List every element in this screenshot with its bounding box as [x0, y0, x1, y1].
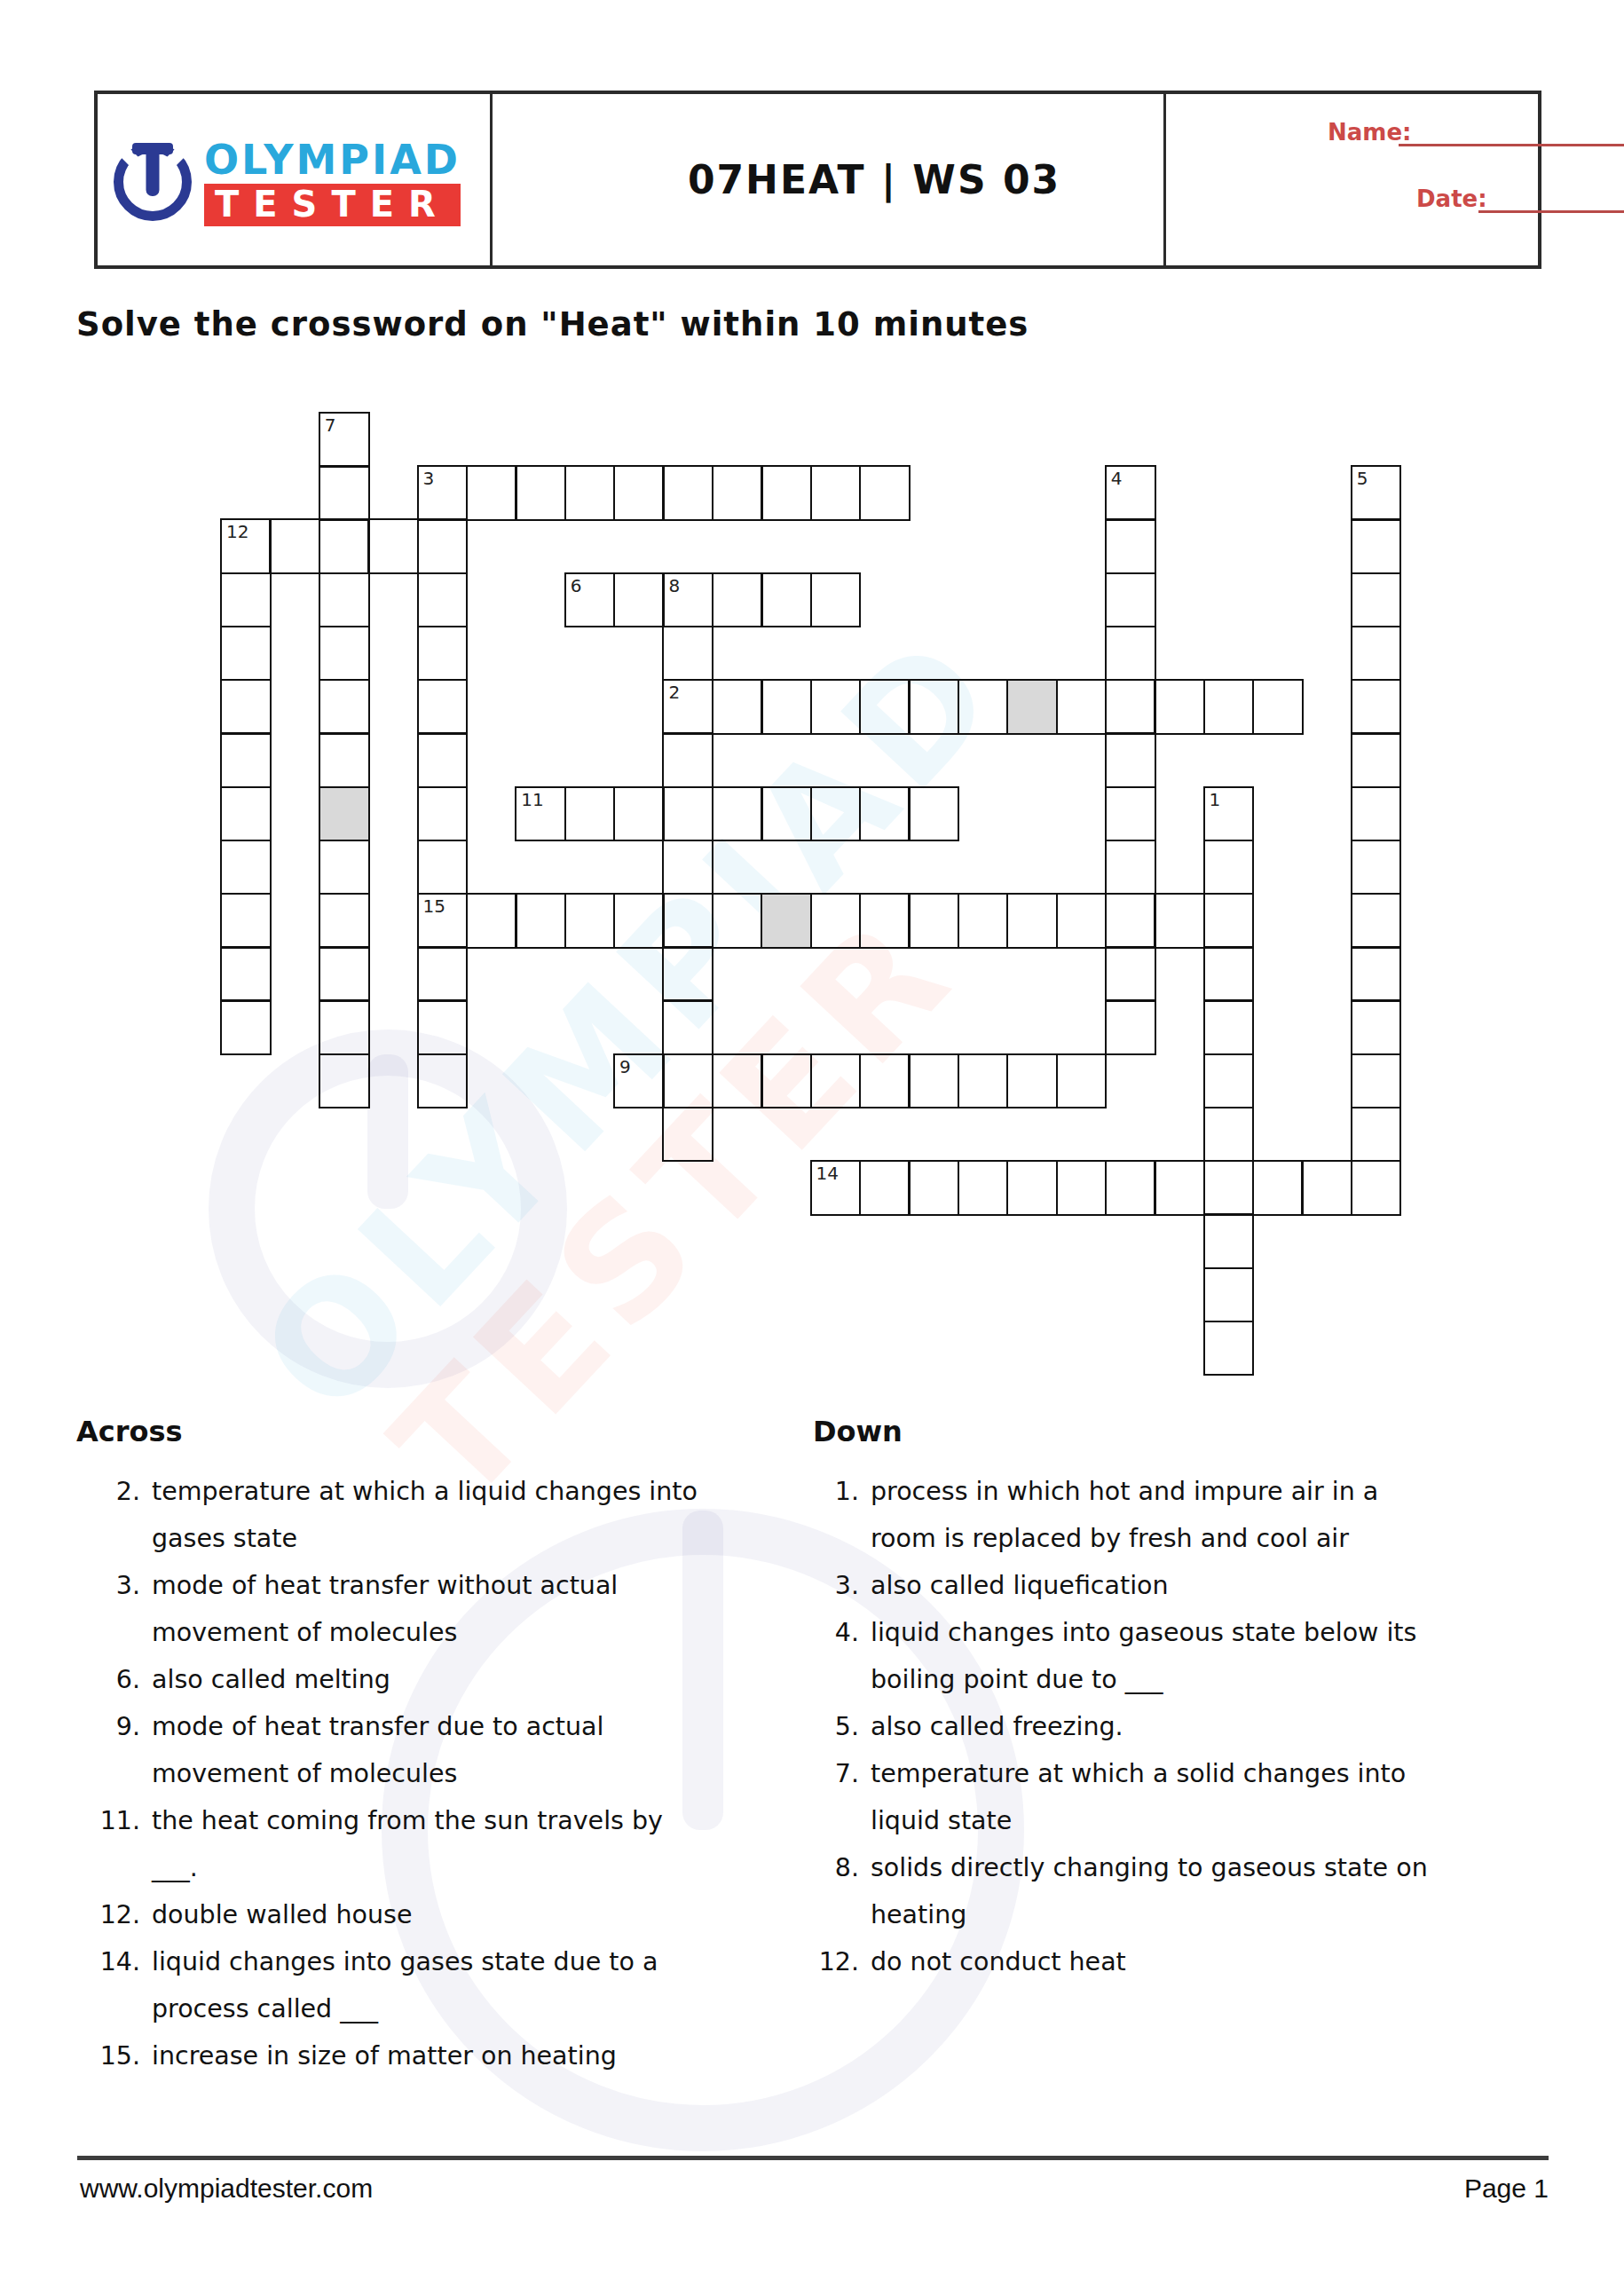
- grid-cell[interactable]: [220, 786, 272, 842]
- grid-cell[interactable]: [859, 1053, 911, 1109]
- across-clues-section: Across 2.temperature at which a liquid c…: [76, 1415, 745, 2079]
- clue-item: 3.mode of heat transfer without actual m…: [76, 1562, 745, 1656]
- grid-cell[interactable]: [1351, 518, 1402, 574]
- grid-cell[interactable]: [958, 893, 1009, 949]
- clue-item: 2.temperature at which a liquid changes …: [76, 1468, 745, 1562]
- grid-cell[interactable]: [810, 465, 862, 521]
- crossword-board: 73451268211115914: [220, 412, 1409, 1381]
- grid-cell[interactable]: [859, 786, 911, 842]
- cell-clue-number: 1: [1205, 788, 1253, 809]
- grid-cell[interactable]: [662, 626, 713, 682]
- header-box: OLYMPIAD TESTER 07HEAT | WS 03 Name: Dat…: [94, 91, 1541, 269]
- grid-cell[interactable]: [1006, 1160, 1058, 1216]
- clue-item-text: temperature at which a solid changes int…: [871, 1750, 1554, 1844]
- grid-cell-separator[interactable]: [761, 893, 812, 949]
- clue-item: 15.increase in size of matter on heating: [76, 2032, 745, 2079]
- clue-item-number: 14.: [76, 1938, 152, 2032]
- cell-clue-number: 3: [419, 467, 467, 488]
- grid-cell[interactable]: [1351, 1160, 1402, 1216]
- grid-cell[interactable]: [1203, 946, 1255, 1002]
- grid-cell[interactable]: [1154, 893, 1205, 949]
- footer-page-number: Page 1: [1282, 2173, 1549, 2204]
- cell-clue-number: 2: [664, 681, 712, 702]
- name-field[interactable]: [1399, 144, 1624, 146]
- grid-cell[interactable]: 14: [810, 1160, 862, 1216]
- cell-clue-number: 9: [615, 1055, 663, 1077]
- grid-cell[interactable]: [662, 786, 713, 842]
- cell-clue-number: 7: [320, 414, 368, 435]
- cell-clue-number: 15: [419, 895, 467, 916]
- grid-cell[interactable]: [712, 1053, 763, 1109]
- grid-cell[interactable]: [1056, 679, 1108, 735]
- grid-cell[interactable]: [1105, 518, 1156, 574]
- grid-cell[interactable]: [220, 840, 272, 895]
- grid-cell[interactable]: [466, 465, 517, 521]
- grid-cell[interactable]: [1105, 572, 1156, 628]
- grid-cell[interactable]: [761, 1053, 812, 1109]
- across-clue-list: 2.temperature at which a liquid changes …: [76, 1468, 745, 2079]
- grid-cell[interactable]: [662, 465, 713, 521]
- grid-cell[interactable]: 12: [220, 518, 272, 574]
- clue-item-text: solids directly changing to gaseous stat…: [871, 1844, 1554, 1938]
- grid-cell-separator[interactable]: [319, 786, 370, 842]
- grid-cell[interactable]: 3: [417, 465, 469, 521]
- grid-cell[interactable]: [662, 1053, 713, 1109]
- clue-item-number: 3.: [76, 1562, 152, 1656]
- brand-name-bottom: TESTER: [204, 184, 461, 226]
- date-field[interactable]: [1478, 210, 1624, 213]
- clue-item-text: liquid changes into gaseous state below …: [871, 1609, 1554, 1703]
- grid-cell[interactable]: [564, 465, 616, 521]
- grid-cell[interactable]: [662, 840, 713, 895]
- grid-cell[interactable]: [1105, 946, 1156, 1002]
- grid-cell[interactable]: [908, 1160, 959, 1216]
- grid-cell[interactable]: [810, 893, 862, 949]
- grid-cell[interactable]: [319, 518, 370, 574]
- grid-cell[interactable]: [319, 465, 370, 521]
- grid-cell[interactable]: [712, 786, 763, 842]
- grid-cell[interactable]: [1203, 1107, 1255, 1163]
- grid-cell[interactable]: [319, 732, 370, 788]
- brand-name-top: OLYMPIAD: [204, 138, 461, 181]
- grid-cell[interactable]: 4: [1105, 465, 1156, 521]
- clue-item: 14.liquid changes into gases state due t…: [76, 1938, 745, 2032]
- grid-cell[interactable]: [1154, 1160, 1205, 1216]
- clue-item-number: 12.: [76, 1891, 152, 1938]
- grid-cell[interactable]: [613, 572, 665, 628]
- grid-cell[interactable]: [613, 465, 665, 521]
- grid-cell[interactable]: [810, 786, 862, 842]
- clue-item-text: mode of heat transfer due to actual move…: [152, 1703, 745, 1797]
- grid-cell[interactable]: [712, 465, 763, 521]
- grid-cell[interactable]: [1105, 626, 1156, 682]
- grid-cell[interactable]: [1006, 893, 1058, 949]
- grid-cell[interactable]: [220, 732, 272, 788]
- clue-item-text: mode of heat transfer without actual mov…: [152, 1562, 745, 1656]
- grid-cell[interactable]: [1203, 1321, 1255, 1377]
- grid-cell[interactable]: 2: [662, 679, 713, 735]
- clue-item-number: 8.: [813, 1844, 871, 1938]
- down-clues-section: Down 1.process in which hot and impure a…: [813, 1415, 1554, 1985]
- grid-cell[interactable]: [859, 679, 911, 735]
- down-heading: Down: [813, 1415, 1554, 1448]
- grid-cell[interactable]: [367, 518, 419, 574]
- grid-cell[interactable]: [761, 465, 812, 521]
- clue-item-text: process in which hot and impure air in a…: [871, 1468, 1554, 1562]
- grid-cell[interactable]: [908, 1053, 959, 1109]
- grid-cell[interactable]: [1351, 1107, 1402, 1163]
- grid-cell[interactable]: [417, 946, 469, 1002]
- clue-item-text: also called freezing.: [871, 1703, 1554, 1750]
- grid-cell[interactable]: [1105, 999, 1156, 1055]
- grid-cell[interactable]: [859, 465, 911, 521]
- clue-item: 3.also called liquefication: [813, 1562, 1554, 1609]
- clue-item-number: 4.: [813, 1609, 871, 1703]
- grid-cell[interactable]: [1203, 1213, 1255, 1269]
- grid-cell[interactable]: [564, 786, 616, 842]
- clue-item-number: 15.: [76, 2032, 152, 2079]
- grid-cell[interactable]: [908, 786, 959, 842]
- grid-cell[interactable]: 11: [515, 786, 566, 842]
- grid-cell[interactable]: [319, 1053, 370, 1109]
- clue-item-number: 3.: [813, 1562, 871, 1609]
- grid-cell[interactable]: [1203, 1160, 1255, 1216]
- grid-cell[interactable]: [1252, 1160, 1304, 1216]
- grid-cell[interactable]: [1105, 893, 1156, 949]
- grid-cell[interactable]: [958, 1053, 1009, 1109]
- grid-cell[interactable]: [319, 572, 370, 628]
- grid-cell[interactable]: [662, 946, 713, 1002]
- clue-item-number: 11.: [76, 1797, 152, 1891]
- cell-clue-number: 8: [664, 574, 712, 596]
- grid-cell[interactable]: [417, 626, 469, 682]
- grid-cell[interactable]: [515, 893, 566, 949]
- grid-cell[interactable]: [1351, 732, 1402, 788]
- grid-cell[interactable]: [319, 893, 370, 949]
- grid-cell[interactable]: [712, 572, 763, 628]
- grid-cell[interactable]: 5: [1351, 465, 1402, 521]
- grid-cell[interactable]: 8: [662, 572, 713, 628]
- grid-cell[interactable]: [319, 840, 370, 895]
- grid-cell[interactable]: [1252, 679, 1304, 735]
- grid-cell[interactable]: [220, 679, 272, 735]
- grid-cell[interactable]: [662, 893, 713, 949]
- clue-item-number: 6.: [76, 1656, 152, 1703]
- clue-item-text: double walled house: [152, 1891, 745, 1938]
- grid-cell[interactable]: [417, 1053, 469, 1109]
- grid-cell[interactable]: [319, 679, 370, 735]
- grid-cell[interactable]: [1351, 946, 1402, 1002]
- grid-cell[interactable]: [1351, 679, 1402, 735]
- page-title: Solve the crossword on "Heat" within 10 …: [76, 305, 1029, 343]
- clue-item: 5.also called freezing.: [813, 1703, 1554, 1750]
- grid-cell[interactable]: [859, 893, 911, 949]
- grid-cell[interactable]: 6: [564, 572, 616, 628]
- grid-cell[interactable]: [515, 465, 566, 521]
- clue-item-text: liquid changes into gases state due to a…: [152, 1938, 745, 2032]
- clue-item-number: 1.: [813, 1468, 871, 1562]
- grid-cell[interactable]: [319, 946, 370, 1002]
- grid-cell[interactable]: [1301, 1160, 1352, 1216]
- grid-cell[interactable]: [1154, 679, 1205, 735]
- grid-cell[interactable]: [1351, 840, 1402, 895]
- grid-cell[interactable]: [761, 679, 812, 735]
- clue-item: 8.solids directly changing to gaseous st…: [813, 1844, 1554, 1938]
- cell-clue-number: 5: [1352, 467, 1400, 488]
- grid-cell[interactable]: [1105, 840, 1156, 895]
- footer-site-url: www.olympiadtester.com: [80, 2173, 373, 2204]
- grid-cell[interactable]: 15: [417, 893, 469, 949]
- grid-cell[interactable]: [1056, 893, 1108, 949]
- grid-cell[interactable]: [810, 679, 862, 735]
- clue-item-number: 5.: [813, 1703, 871, 1750]
- clue-item-number: 12.: [813, 1938, 871, 1985]
- grid-cell[interactable]: [1056, 1053, 1108, 1109]
- grid-cell[interactable]: [958, 679, 1009, 735]
- across-heading: Across: [76, 1415, 745, 1448]
- grid-cell[interactable]: [662, 999, 713, 1055]
- grid-cell[interactable]: [1203, 999, 1255, 1055]
- grid-cell[interactable]: [319, 626, 370, 682]
- clue-item: 6.also called melting: [76, 1656, 745, 1703]
- grid-cell[interactable]: [958, 1160, 1009, 1216]
- grid-cell[interactable]: [269, 518, 320, 574]
- grid-cell[interactable]: [859, 1160, 911, 1216]
- clue-item-text: temperature at which a liquid changes in…: [152, 1468, 745, 1562]
- grid-cell[interactable]: [220, 946, 272, 1002]
- grid-cell[interactable]: [1351, 572, 1402, 628]
- grid-cell[interactable]: 7: [319, 412, 370, 468]
- grid-cell[interactable]: [319, 999, 370, 1055]
- grid-cell[interactable]: [220, 572, 272, 628]
- cell-clue-number: 14: [812, 1162, 860, 1183]
- grid-cell[interactable]: [1105, 786, 1156, 842]
- grid-cell[interactable]: [466, 893, 517, 949]
- grid-cell[interactable]: [417, 999, 469, 1055]
- grid-cell[interactable]: [712, 679, 763, 735]
- clue-item-text: the heat coming from the sun travels by …: [152, 1797, 745, 1891]
- grid-cell[interactable]: [417, 572, 469, 628]
- grid-cell[interactable]: [810, 1053, 862, 1109]
- clue-item: 4.liquid changes into gaseous state belo…: [813, 1609, 1554, 1703]
- grid-cell[interactable]: [908, 679, 959, 735]
- cell-clue-number: 4: [1107, 467, 1155, 488]
- cell-clue-number: 6: [566, 574, 614, 596]
- grid-cell[interactable]: [417, 840, 469, 895]
- grid-cell[interactable]: [1203, 1267, 1255, 1323]
- clue-item: 12.double walled house: [76, 1891, 745, 1938]
- cell-clue-number: 12: [222, 520, 270, 541]
- grid-cell[interactable]: [220, 626, 272, 682]
- down-clue-list: 1.process in which hot and impure air in…: [813, 1468, 1554, 1985]
- grid-cell[interactable]: 1: [1203, 786, 1255, 842]
- grid-cell[interactable]: [1203, 893, 1255, 949]
- grid-cell[interactable]: [613, 786, 665, 842]
- grid-cell[interactable]: [564, 893, 616, 949]
- grid-cell[interactable]: [761, 786, 812, 842]
- clue-item-text: increase in size of matter on heating: [152, 2032, 745, 2079]
- grid-cell[interactable]: [712, 893, 763, 949]
- grid-cell[interactable]: [1105, 732, 1156, 788]
- grid-cell[interactable]: [662, 1107, 713, 1163]
- logo: OLYMPIAD TESTER: [114, 133, 461, 231]
- footer-rule: [77, 2156, 1549, 2160]
- grid-cell[interactable]: [417, 679, 469, 735]
- clue-item: 1.process in which hot and impure air in…: [813, 1468, 1554, 1562]
- clue-item-number: 9.: [76, 1703, 152, 1797]
- grid-cell[interactable]: [417, 518, 469, 574]
- grid-cell[interactable]: [1351, 999, 1402, 1055]
- clue-item: 12.do not conduct heat: [813, 1938, 1554, 1985]
- grid-cell[interactable]: [810, 572, 862, 628]
- logo-circle-t-icon: [114, 143, 192, 221]
- clue-item-text: do not conduct heat: [871, 1938, 1554, 1985]
- cell-clue-number: 11: [516, 788, 564, 809]
- clue-item-text: also called melting: [152, 1656, 745, 1703]
- grid-cell[interactable]: [1351, 786, 1402, 842]
- grid-cell[interactable]: [1105, 1160, 1156, 1216]
- grid-cell[interactable]: [1351, 626, 1402, 682]
- clue-item: 11.the heat coming from the sun travels …: [76, 1797, 745, 1891]
- grid-cell[interactable]: [1006, 1053, 1058, 1109]
- grid-cell[interactable]: [220, 999, 272, 1055]
- grid-cell[interactable]: [1203, 840, 1255, 895]
- grid-cell[interactable]: 9: [613, 1053, 665, 1109]
- date-label: Date:: [1416, 185, 1487, 212]
- grid-cell[interactable]: [1056, 1160, 1108, 1216]
- clue-item-text: also called liquefication: [871, 1562, 1554, 1609]
- grid-cell[interactable]: [908, 893, 959, 949]
- grid-cell[interactable]: [662, 732, 713, 788]
- clue-item-number: 7.: [813, 1750, 871, 1844]
- grid-cell[interactable]: [613, 893, 665, 949]
- clue-item: 9.mode of heat transfer due to actual mo…: [76, 1703, 745, 1797]
- grid-cell[interactable]: [1105, 679, 1156, 735]
- name-label: Name:: [1328, 119, 1411, 146]
- grid-cell[interactable]: [417, 786, 469, 842]
- clue-item: 7.temperature at which a solid changes i…: [813, 1750, 1554, 1844]
- grid-cell[interactable]: [1203, 679, 1255, 735]
- grid-cell-separator[interactable]: [1006, 679, 1058, 735]
- grid-cell[interactable]: [761, 572, 812, 628]
- worksheet-code: 07HEAT | WS 03: [493, 94, 1256, 265]
- name-date-panel: Name: Date:: [1166, 94, 1545, 265]
- grid-cell[interactable]: [1351, 893, 1402, 949]
- grid-cell[interactable]: [1203, 1053, 1255, 1109]
- grid-cell[interactable]: [417, 732, 469, 788]
- grid-cell[interactable]: [220, 893, 272, 949]
- grid-cell[interactable]: [1351, 1053, 1402, 1109]
- clue-item-number: 2.: [76, 1468, 152, 1562]
